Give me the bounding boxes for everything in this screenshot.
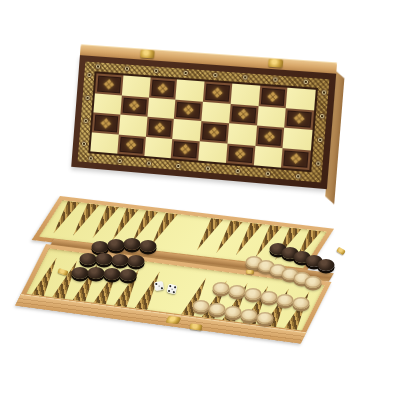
checker-black (104, 268, 121, 280)
checker-black (108, 239, 125, 251)
checker-black (120, 269, 137, 281)
checker-black (112, 254, 129, 266)
pieces-layer (0, 0, 400, 400)
checker-light (277, 294, 294, 306)
checker-light (257, 312, 274, 324)
checker-light (193, 300, 210, 312)
checker-black (128, 255, 145, 267)
die-pip (158, 285, 160, 287)
brass-hinge (246, 270, 254, 275)
die-pip (171, 288, 173, 290)
checker-light (293, 297, 310, 309)
checker-light (213, 282, 230, 294)
checker-black (140, 240, 157, 252)
checker-black (96, 253, 113, 265)
checker-light (245, 288, 262, 300)
checker-black (92, 241, 109, 253)
die-pip (168, 290, 170, 292)
die (154, 281, 164, 291)
brass-hinge (336, 247, 345, 255)
die (167, 284, 178, 295)
checker-black (80, 253, 97, 265)
die-pip (173, 291, 175, 293)
die-pip (169, 285, 171, 287)
checker-black (124, 238, 141, 250)
die-pip (155, 283, 157, 285)
checker-light (261, 291, 278, 303)
checker-light (241, 309, 258, 321)
checker-black (88, 267, 105, 279)
brass-hinge (190, 323, 203, 331)
brass-hinge (57, 268, 68, 276)
checker-black (72, 267, 89, 279)
die-pip (161, 287, 163, 289)
checker-light (225, 306, 242, 318)
product-photo: ❖❖❖❖❖❖❖❖❖❖❖❖❖❖❖❖ (0, 0, 400, 400)
checker-light (305, 276, 322, 288)
checker-black (318, 259, 335, 271)
die-pip (174, 286, 176, 288)
checker-light (209, 303, 226, 315)
checker-light (229, 285, 246, 297)
